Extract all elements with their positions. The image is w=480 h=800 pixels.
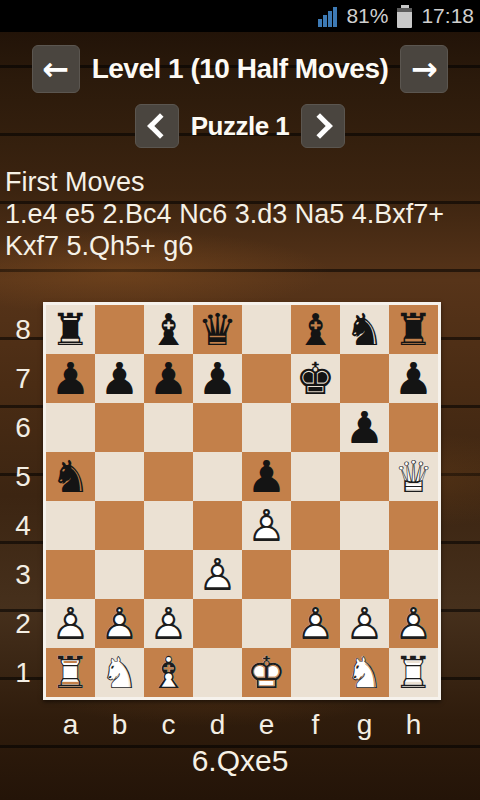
white-pawn: ♟♙ <box>247 501 286 550</box>
file-label-c: c <box>144 706 193 744</box>
white-pawn: ♟♙ <box>198 550 237 599</box>
white-rook: ♜♖ <box>394 648 433 697</box>
square-a2[interactable]: ♟♙ <box>46 599 95 648</box>
status-bar: 81% 17:18 <box>0 0 480 32</box>
black-bishop: ♝ <box>149 305 188 354</box>
square-h3[interactable] <box>389 550 438 599</box>
square-e5[interactable]: ♟ <box>242 452 291 501</box>
square-h1[interactable]: ♜♖ <box>389 648 438 697</box>
rank-label-7: 7 <box>6 354 40 403</box>
file-label-a: a <box>46 706 95 744</box>
square-f2[interactable]: ♟♙ <box>291 599 340 648</box>
square-e3[interactable] <box>242 550 291 599</box>
level-label: Level 1 (10 Half Moves) <box>92 53 389 85</box>
white-pawn: ♟♙ <box>149 599 188 648</box>
square-c6[interactable] <box>144 403 193 452</box>
square-g8[interactable]: ♞ <box>340 305 389 354</box>
white-bishop: ♝♗ <box>149 648 188 697</box>
white-knight: ♞♘ <box>100 648 139 697</box>
first-moves-text: 1.e4 e5 2.Bc4 Nc6 3.d3 Na5 4.Bxf7+ Kxf7 … <box>5 198 477 262</box>
prev-level-button[interactable]: ← <box>32 45 80 93</box>
black-king: ♚ <box>296 354 335 403</box>
square-b8[interactable] <box>95 305 144 354</box>
square-e6[interactable] <box>242 403 291 452</box>
square-f3[interactable] <box>291 550 340 599</box>
rank-label-4: 4 <box>6 501 40 550</box>
square-d4[interactable] <box>193 501 242 550</box>
square-d2[interactable] <box>193 599 242 648</box>
white-pawn: ♟♙ <box>51 599 90 648</box>
next-puzzle-button[interactable] <box>301 104 345 148</box>
square-f5[interactable] <box>291 452 340 501</box>
square-e1[interactable]: ♚♔ <box>242 648 291 697</box>
next-level-button[interactable]: → <box>400 45 448 93</box>
square-d6[interactable] <box>193 403 242 452</box>
white-pawn: ♟♙ <box>296 599 335 648</box>
black-pawn: ♟ <box>100 354 139 403</box>
level-nav: ← Level 1 (10 Half Moves) → <box>0 44 480 94</box>
clock: 17:18 <box>421 4 474 28</box>
battery-percent: 81% <box>346 4 388 28</box>
square-b4[interactable] <box>95 501 144 550</box>
square-g1[interactable]: ♞♘ <box>340 648 389 697</box>
rank-label-5: 5 <box>6 452 40 501</box>
square-f8[interactable]: ♝ <box>291 305 340 354</box>
arrow-right-icon: → <box>411 53 438 85</box>
square-h2[interactable]: ♟♙ <box>389 599 438 648</box>
black-knight: ♞ <box>51 452 90 501</box>
square-b2[interactable]: ♟♙ <box>95 599 144 648</box>
square-h7[interactable]: ♟ <box>389 354 438 403</box>
square-g6[interactable]: ♟ <box>340 403 389 452</box>
square-b3[interactable] <box>95 550 144 599</box>
square-d7[interactable]: ♟ <box>193 354 242 403</box>
chess-board-frame: ♜♝♛♝♞♜♟♟♟♟♚♟♟♞♟♛♕♟♙♟♙♟♙♟♙♟♙♟♙♟♙♟♙♜♖♞♘♝♗♚… <box>43 302 441 700</box>
black-pawn: ♟ <box>198 354 237 403</box>
square-b5[interactable] <box>95 452 144 501</box>
square-a8[interactable]: ♜ <box>46 305 95 354</box>
square-g5[interactable] <box>340 452 389 501</box>
puzzle-label: Puzzle 1 <box>191 111 290 142</box>
square-d3[interactable]: ♟♙ <box>193 550 242 599</box>
black-bishop: ♝ <box>296 305 335 354</box>
rank-label-6: 6 <box>6 403 40 452</box>
white-pawn: ♟♙ <box>100 599 139 648</box>
first-moves-title: First Moves <box>5 166 477 198</box>
black-knight: ♞ <box>345 305 384 354</box>
black-pawn: ♟ <box>345 403 384 452</box>
square-h6[interactable] <box>389 403 438 452</box>
square-d1[interactable] <box>193 648 242 697</box>
app-screen: 81% 17:18 ← Level 1 (10 Half Moves) → Pu… <box>0 0 480 800</box>
square-c3[interactable] <box>144 550 193 599</box>
square-a4[interactable] <box>46 501 95 550</box>
next-move-label: 6.Qxe5 <box>0 744 480 778</box>
rank-label-2: 2 <box>6 599 40 648</box>
black-rook: ♜ <box>394 305 433 354</box>
arrow-left-icon: ← <box>42 53 69 85</box>
file-label-b: b <box>95 706 144 744</box>
square-e8[interactable] <box>242 305 291 354</box>
square-a6[interactable] <box>46 403 95 452</box>
square-g4[interactable] <box>340 501 389 550</box>
square-d8[interactable]: ♛ <box>193 305 242 354</box>
black-pawn: ♟ <box>51 354 90 403</box>
rank-label-8: 8 <box>6 305 40 354</box>
square-c2[interactable]: ♟♙ <box>144 599 193 648</box>
square-a1[interactable]: ♜♖ <box>46 648 95 697</box>
black-queen: ♛ <box>198 305 237 354</box>
square-g7[interactable] <box>340 354 389 403</box>
square-h5[interactable]: ♛♕ <box>389 452 438 501</box>
square-a7[interactable]: ♟ <box>46 354 95 403</box>
black-rook: ♜ <box>51 305 90 354</box>
white-pawn: ♟♙ <box>345 599 384 648</box>
chevron-right-icon <box>308 113 333 138</box>
square-c4[interactable] <box>144 501 193 550</box>
white-rook: ♜♖ <box>51 648 90 697</box>
square-f6[interactable] <box>291 403 340 452</box>
white-queen: ♛♕ <box>394 452 433 501</box>
chevron-left-icon <box>147 113 172 138</box>
square-b1[interactable]: ♞♘ <box>95 648 144 697</box>
square-h8[interactable]: ♜ <box>389 305 438 354</box>
puzzle-nav: Puzzle 1 <box>0 103 480 149</box>
square-b6[interactable] <box>95 403 144 452</box>
prev-puzzle-button[interactable] <box>135 104 179 148</box>
file-label-e: e <box>242 706 291 744</box>
chess-board: ♜♝♛♝♞♜♟♟♟♟♚♟♟♞♟♛♕♟♙♟♙♟♙♟♙♟♙♟♙♟♙♟♙♜♖♞♘♝♗♚… <box>46 305 438 697</box>
rank-label-3: 3 <box>6 550 40 599</box>
square-a3[interactable] <box>46 550 95 599</box>
black-pawn: ♟ <box>247 452 286 501</box>
file-label-d: d <box>193 706 242 744</box>
square-c1[interactable]: ♝♗ <box>144 648 193 697</box>
file-label-g: g <box>340 706 389 744</box>
square-h4[interactable] <box>389 501 438 550</box>
white-knight: ♞♘ <box>345 648 384 697</box>
square-c5[interactable] <box>144 452 193 501</box>
square-e7[interactable] <box>242 354 291 403</box>
square-c8[interactable]: ♝ <box>144 305 193 354</box>
square-g3[interactable] <box>340 550 389 599</box>
square-d5[interactable] <box>193 452 242 501</box>
rank-labels: 87654321 <box>6 305 40 697</box>
square-c7[interactable]: ♟ <box>144 354 193 403</box>
square-f7[interactable]: ♚ <box>291 354 340 403</box>
square-a5[interactable]: ♞ <box>46 452 95 501</box>
square-b7[interactable]: ♟ <box>95 354 144 403</box>
file-label-f: f <box>291 706 340 744</box>
rank-label-1: 1 <box>6 648 40 697</box>
file-labels: abcdefgh <box>46 706 438 744</box>
square-f4[interactable] <box>291 501 340 550</box>
battery-icon <box>397 5 412 28</box>
square-f1[interactable] <box>291 648 340 697</box>
square-g2[interactable]: ♟♙ <box>340 599 389 648</box>
file-label-h: h <box>389 706 438 744</box>
white-pawn: ♟♙ <box>394 599 433 648</box>
square-e2[interactable] <box>242 599 291 648</box>
black-pawn: ♟ <box>149 354 188 403</box>
signal-strength-icon <box>318 5 337 27</box>
square-e4[interactable]: ♟♙ <box>242 501 291 550</box>
black-pawn: ♟ <box>394 354 433 403</box>
first-moves-panel: First Moves 1.e4 e5 2.Bc4 Nc6 3.d3 Na5 4… <box>5 166 477 262</box>
white-king: ♚♔ <box>247 648 286 697</box>
